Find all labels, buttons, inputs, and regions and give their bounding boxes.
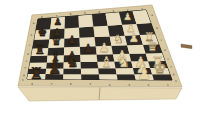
square-h5[interactable] [81,74,99,79]
coord-far-3: 3 [113,9,115,13]
coord-left-f: f [25,66,26,70]
coord-near-1: 1 [167,83,169,87]
black-knight[interactable]: ♞ [66,54,79,70]
black-queen[interactable]: ♛ [51,34,61,48]
white-bishop[interactable]: ♝ [100,54,113,70]
square-a4[interactable] [92,13,108,26]
square-b4[interactable] [93,26,109,37]
white-knight[interactable]: ♞ [113,32,123,46]
square-h3[interactable] [117,74,136,80]
black-king[interactable]: ♚ [38,26,48,39]
coord-near-4: 4 [109,83,111,87]
square-h6[interactable] [63,74,81,79]
chess-board-photo: 8877665544332211hhggffeeddccbbaa♟♟♚♟♟♛♟♞… [0,0,200,117]
white-queen[interactable]: ♛ [147,39,158,54]
coord-far-1: 1 [141,7,143,11]
white-knight[interactable]: ♞ [117,54,130,70]
coord-far-4: 4 [98,10,100,14]
black-rook[interactable]: ♜ [34,42,45,57]
black-pawn[interactable]: ♟ [48,60,62,78]
square-f5[interactable] [81,62,99,69]
black-pawn[interactable]: ♟ [82,41,93,56]
white-pawn[interactable]: ♟ [137,64,151,83]
coord-far-6: 6 [70,12,72,16]
coord-left-h: h [22,78,24,82]
black-rook[interactable]: ♜ [29,64,43,83]
coord-right-h: h [175,79,177,83]
coord-right-g: g [173,72,175,76]
square-b5[interactable] [79,27,95,38]
coord-left-d: d [27,52,29,56]
square-h4[interactable] [99,74,118,79]
coord-near-5: 5 [89,82,91,86]
coord-near-3: 3 [128,83,130,87]
square-e5[interactable] [80,55,97,62]
coord-near-6: 6 [70,82,72,86]
white-pawn[interactable]: ♟ [129,31,139,45]
square-d2[interactable] [127,45,145,54]
white-pawn[interactable]: ♟ [123,11,132,22]
white-king[interactable]: ♚ [153,59,167,77]
black-pawn[interactable]: ♟ [67,33,77,47]
coord-right-d: d [164,48,166,52]
coord-right-b: b [156,26,158,30]
coord-near-7: 7 [51,82,53,86]
white-pawn[interactable]: ♟ [99,40,110,55]
coord-far-8: 8 [41,15,43,19]
square-a6[interactable] [65,16,79,29]
coord-left-g: g [23,73,25,77]
chess-board: 8877665544332211hhggffeeddccbbaa♟♟♚♟♟♛♟♞… [0,0,200,117]
square-a5[interactable] [79,15,94,28]
coord-right-f: f [171,65,172,69]
coord-left-b: b [31,33,33,37]
coord-far-5: 5 [84,11,86,15]
square-g5[interactable] [81,68,99,74]
